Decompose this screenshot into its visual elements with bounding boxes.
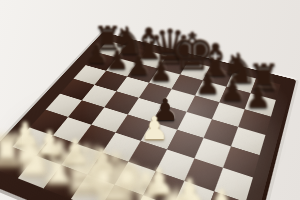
black-rook: ♜ [92, 22, 122, 55]
scene: ♜♞♝♛♚♝♞♜♟♟♟♟♟♟♟♟♟♟♟♟♟♟♟♟♜♞♝♛♚♝♞♜ [0, 0, 300, 200]
square-h7: ♟ [245, 93, 276, 116]
chess-set-photo: ♜♞♝♛♚♝♞♜♟♟♟♟♟♟♟♟♟♟♟♟♟♟♟♟♜♞♝♛♚♝♞♜ [0, 0, 300, 200]
board-frame: ♜♞♝♛♚♝♞♜♟♟♟♟♟♟♟♟♟♟♟♟♟♟♟♟♜♞♝♛♚♝♞♜ [0, 30, 299, 200]
black-rook: ♜ [247, 59, 280, 96]
white-pawn: ♟ [10, 118, 39, 150]
chess-board: ♜♞♝♛♚♝♞♜♟♟♟♟♟♟♟♟♟♟♟♟♟♟♟♟♜♞♝♛♚♝♞♜ [0, 30, 299, 200]
board-grid: ♜♞♝♛♚♝♞♜♟♟♟♟♟♟♟♟♟♟♟♟♟♟♟♟♜♞♝♛♚♝♞♜ [0, 41, 280, 200]
